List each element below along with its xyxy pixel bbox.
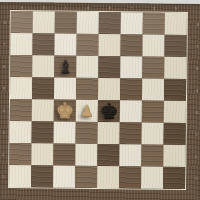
square-f7 [120,34,142,56]
frame-coordinate-mark-right-7: 7 [195,44,200,49]
frame-coordinate-mark-right-8: 8 [195,22,200,27]
frame-coordinate-mark-left-8: 8 [2,20,8,25]
frame-coordinate-mark-bottom-b: b [39,198,45,200]
square-f5 [120,78,142,100]
square-h2 [163,145,185,167]
square-h6 [164,57,186,79]
square-b2 [31,143,53,165]
square-c5 [54,78,76,100]
square-e1 [97,166,119,188]
square-a4 [10,99,32,121]
frame-coordinate-mark-top-g: g [151,6,157,11]
white-pawn-d4: ♟ [76,100,98,122]
frame-coordinate-mark-left-3: 3 [1,130,7,135]
square-b1 [31,165,53,187]
square-g8 [143,12,165,34]
frame-coordinate-mark-bottom-c: c [61,199,67,200]
square-a5 [10,77,32,99]
frame-coordinate-mark-top-b: b [41,4,47,9]
square-c2 [53,144,75,166]
frame-coordinate-mark-right-3: 3 [194,132,200,137]
frame-coordinate-mark-left-6: 6 [1,64,7,69]
photo-background: ♝♚♟♚ aa88bb77cc66dd55ee44ff33gg22hh11 [0,0,200,200]
square-f4 [120,100,142,122]
square-c3 [54,122,76,144]
square-b3 [32,121,54,143]
square-a3 [10,121,32,143]
frame-coordinate-mark-right-1: 1 [193,176,199,181]
square-g3 [142,122,164,144]
frame-coordinate-mark-bottom-d: d [83,199,89,200]
square-d4: ♟ [76,100,98,122]
frame-coordinate-mark-left-2: 2 [0,152,6,157]
square-d8 [77,12,99,34]
frame-coordinate-mark-top-a: a [19,4,25,9]
black-king-e4: ♚ [98,100,120,122]
square-d5 [76,78,98,100]
square-g6 [142,56,164,78]
square-h7 [164,35,186,57]
square-f6 [120,56,142,78]
square-c8 [55,12,77,34]
square-a8 [11,11,33,33]
chess-board: ♝♚♟♚ aa88bb77cc66dd55ee44ff33gg22hh11 [0,2,200,200]
square-h8 [165,13,187,35]
frame-coordinate-mark-top-e: e [107,5,113,10]
square-e5 [98,78,120,100]
square-g2 [141,144,163,166]
square-c6: ♝ [54,56,76,78]
square-e7 [98,34,120,56]
square-e6 [98,56,120,78]
square-h1 [163,167,185,189]
square-c1 [53,166,75,188]
square-b6 [32,55,54,77]
square-f8 [121,12,143,34]
frame-coordinate-mark-left-7: 7 [2,42,8,47]
frame-coordinate-mark-top-h: h [173,6,179,11]
frame-coordinate-mark-left-4: 4 [1,108,7,113]
frame-coordinate-mark-left-1: 1 [0,174,6,179]
square-h5 [164,79,186,101]
square-a7 [10,33,32,55]
black-bishop-c6: ♝ [54,56,76,78]
square-e4: ♚ [98,100,120,122]
square-c4: ♚ [54,100,76,122]
square-d7 [76,34,98,56]
square-f1 [119,166,141,188]
white-king-c4: ♚ [54,100,76,122]
square-e2 [97,144,119,166]
square-b4 [32,99,54,121]
frame-coordinate-mark-top-c: c [63,5,69,10]
square-a2 [9,143,31,165]
frame-coordinate-mark-right-6: 6 [194,66,200,71]
frame-coordinate-mark-right-5: 5 [194,88,200,93]
square-d2 [75,144,97,166]
square-g1 [141,166,163,188]
square-f2 [119,144,141,166]
frame-coordinate-mark-bottom-a: a [17,198,23,200]
frame-coordinate-mark-right-4: 4 [194,110,200,115]
square-b7 [32,33,54,55]
square-a6 [10,55,32,77]
frame-coordinate-mark-top-d: d [85,5,91,10]
square-e3 [98,122,120,144]
square-a1 [9,165,31,187]
square-g4 [142,100,164,122]
board-grid: ♝♚♟♚ [9,11,187,189]
square-g5 [142,78,164,100]
square-c7 [54,34,76,56]
square-d6 [76,56,98,78]
frame-coordinate-mark-right-2: 2 [193,154,199,159]
square-e8 [99,12,121,34]
square-b5 [32,77,54,99]
square-b8 [33,11,55,33]
square-f3 [120,122,142,144]
square-g7 [142,34,164,56]
square-d1 [75,166,97,188]
square-h4 [164,101,186,123]
frame-coordinate-mark-bottom-e: e [105,199,111,200]
square-d3 [76,122,98,144]
board-inlay-border: ♝♚♟♚ [8,10,188,190]
frame-coordinate-mark-top-f: f [129,5,135,10]
square-h3 [164,123,186,145]
frame-coordinate-mark-left-5: 5 [1,86,7,91]
frame-coordinate-mark-bottom-f: f [127,199,133,200]
